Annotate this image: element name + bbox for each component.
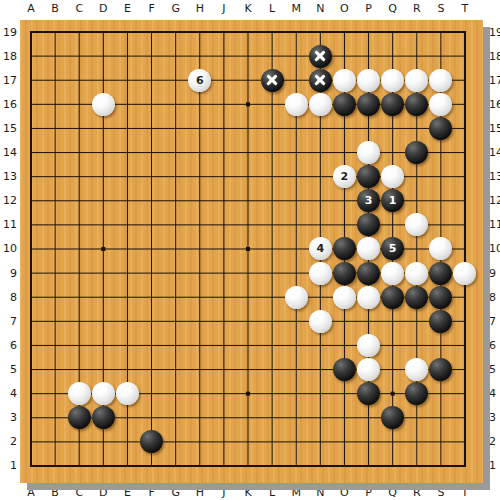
coord-label-bottom-D: D [99,485,107,500]
coord-label-bottom-J: J [222,485,225,500]
coord-label-right-9: 9 [489,266,500,281]
stone-white-P17[interactable] [357,69,380,92]
coord-label-top-E: E [124,1,131,16]
stone-black-R4[interactable] [405,382,428,405]
coord-label-bottom-L: L [269,485,275,500]
coord-label-top-J: J [222,1,225,16]
coord-label-left-3: 3 [1,410,17,425]
stone-black-S8[interactable] [429,286,452,309]
x-mark-icon [266,74,279,87]
stone-white-C4[interactable] [68,382,91,405]
coord-label-right-15: 15 [489,121,500,136]
coord-label-right-6: 6 [489,338,500,353]
coord-label-right-14: 14 [489,145,500,160]
coord-label-left-8: 8 [1,290,17,305]
stone-white-E4[interactable] [116,382,139,405]
stone-black-O5[interactable] [333,358,356,381]
coord-label-bottom-R: R [413,485,421,500]
coord-label-top-G: G [171,1,180,16]
coord-label-right-2: 2 [489,434,500,449]
stone-white-R17[interactable] [405,69,428,92]
coord-label-top-B: B [51,1,59,16]
stone-white-S17[interactable] [429,69,452,92]
coord-label-bottom-F: F [148,485,154,500]
stone-white-O17[interactable] [333,69,356,92]
coord-label-right-18: 18 [489,49,500,64]
stone-black-P16[interactable] [357,93,380,116]
coord-label-left-17: 17 [1,73,17,88]
stone-white-P5[interactable] [357,358,380,381]
coord-label-right-19: 19 [489,25,500,40]
coord-label-bottom-N: N [316,485,324,500]
x-mark-icon [314,74,327,87]
coord-label-bottom-K: K [244,485,251,500]
stone-black-N17[interactable] [309,69,332,92]
coord-label-right-12: 12 [489,193,500,208]
coord-label-bottom-O: O [340,485,349,500]
coord-label-left-16: 16 [1,97,17,112]
coord-label-bottom-M: M [291,485,301,500]
stone-black-C3[interactable] [68,406,91,429]
stone-black-S5[interactable] [429,358,452,381]
coord-label-right-17: 17 [489,73,500,88]
coord-label-top-R: R [413,1,421,16]
coord-label-bottom-T: T [462,485,469,500]
coord-label-left-5: 5 [1,362,17,377]
coord-label-top-N: N [316,1,324,16]
stone-black-R14[interactable] [405,141,428,164]
coord-label-left-9: 9 [1,266,17,281]
coord-label-right-4: 4 [489,386,500,401]
stone-white-M16[interactable] [285,93,308,116]
coord-label-top-D: D [99,1,107,16]
coord-label-left-15: 15 [1,121,17,136]
coord-label-left-1: 1 [1,458,17,473]
coord-label-left-7: 7 [1,314,17,329]
stone-white-O8[interactable] [333,286,356,309]
coord-label-left-12: 12 [1,193,17,208]
coord-label-bottom-S: S [437,485,444,500]
coord-label-bottom-H: H [196,485,204,500]
stone-white-T9[interactable] [453,262,476,285]
coord-label-top-T: T [462,1,469,16]
coord-label-top-C: C [75,1,83,16]
stone-black-P11[interactable] [357,213,380,236]
coord-label-left-13: 13 [1,169,17,184]
move-number-label: 6 [196,75,204,86]
stone-white-M8[interactable] [285,286,308,309]
coord-label-left-10: 10 [1,241,17,256]
stone-white-D16[interactable] [92,93,115,116]
stone-white-S10[interactable] [429,237,452,260]
stone-black-Q16[interactable] [381,93,404,116]
coord-label-top-H: H [196,1,204,16]
stone-white-H17[interactable]: 6 [188,69,211,92]
coord-label-right-3: 3 [489,410,500,425]
coord-label-right-5: 5 [489,362,500,377]
coord-label-left-11: 11 [1,217,17,232]
coord-label-bottom-B: B [51,485,59,500]
stone-white-R9[interactable] [405,262,428,285]
stone-black-O10[interactable] [333,237,356,260]
coord-label-right-11: 11 [489,217,500,232]
coord-label-right-7: 7 [489,314,500,329]
stone-black-P4[interactable] [357,382,380,405]
stone-black-Q3[interactable] [381,406,404,429]
coord-label-top-L: L [269,1,275,16]
stone-white-P10[interactable] [357,237,380,260]
coord-label-bottom-A: A [27,485,35,500]
stone-white-P14[interactable] [357,141,380,164]
goban-grid[interactable]: 623145 [19,20,477,478]
stone-black-O9[interactable] [333,262,356,285]
stone-white-N9[interactable] [309,262,332,285]
goban[interactable]: 623145 [20,20,483,483]
coord-label-top-Q: Q [388,1,397,16]
coord-label-top-S: S [437,1,444,16]
stone-black-P13[interactable] [357,165,380,188]
stone-white-N7[interactable] [309,310,332,333]
coord-label-right-8: 8 [489,290,500,305]
stone-black-F2[interactable] [140,430,163,453]
coord-label-bottom-P: P [365,485,372,500]
stone-white-R11[interactable] [405,213,428,236]
stone-white-P6[interactable] [357,334,380,357]
stone-black-D3[interactable] [92,406,115,429]
coord-label-top-F: F [148,1,154,16]
go-diagram: AABBCCDDEEFFGGHHJJKKLLMMNNOOPPQQRRSSTT19… [0,0,500,500]
coord-label-bottom-Q: Q [388,485,397,500]
coord-label-top-O: O [340,1,349,16]
coord-label-top-P: P [365,1,372,16]
coord-label-right-16: 16 [489,97,500,112]
move-number-label: 5 [389,243,397,254]
stone-black-R8[interactable] [405,286,428,309]
coord-label-top-K: K [244,1,251,16]
stone-white-R5[interactable] [405,358,428,381]
coord-label-left-2: 2 [1,434,17,449]
stone-white-O13[interactable]: 2 [333,165,356,188]
stone-white-D4[interactable] [92,382,115,405]
stone-black-S9[interactable] [429,262,452,285]
coord-label-bottom-G: G [171,485,180,500]
coord-label-left-14: 14 [1,145,17,160]
stone-black-P9[interactable] [357,262,380,285]
coord-label-right-13: 13 [489,169,500,184]
coord-label-bottom-C: C [75,485,83,500]
coord-label-top-A: A [27,1,35,16]
stone-white-Q17[interactable] [381,69,404,92]
stone-black-L17[interactable] [261,69,284,92]
stone-white-Q9[interactable] [381,262,404,285]
stone-white-Q13[interactable] [381,165,404,188]
stone-black-S7[interactable] [429,310,452,333]
stone-white-P8[interactable] [357,286,380,309]
coord-label-left-6: 6 [1,338,17,353]
move-number-label: 2 [341,171,349,182]
stone-white-N16[interactable] [309,93,332,116]
stone-black-N18[interactable] [309,45,332,68]
move-number-label: 1 [389,195,397,206]
stone-black-Q8[interactable] [381,286,404,309]
coord-label-top-M: M [291,1,301,16]
stone-black-P12[interactable]: 3 [357,189,380,212]
coord-label-right-10: 10 [489,241,500,256]
stone-black-R16[interactable] [405,93,428,116]
coord-label-left-18: 18 [1,49,17,64]
stone-white-S16[interactable] [429,93,452,116]
stone-black-Q10[interactable]: 5 [381,237,404,260]
coord-label-left-19: 19 [1,25,17,40]
move-number-label: 3 [365,195,373,206]
stone-black-Q12[interactable]: 1 [381,189,404,212]
coord-label-bottom-E: E [124,485,131,500]
move-number-label: 4 [316,243,324,254]
x-mark-icon [314,50,327,63]
coord-label-right-1: 1 [489,458,500,473]
stone-white-N10[interactable]: 4 [309,237,332,260]
stone-black-O16[interactable] [333,93,356,116]
stone-black-S15[interactable] [429,117,452,140]
coord-label-left-4: 4 [1,386,17,401]
